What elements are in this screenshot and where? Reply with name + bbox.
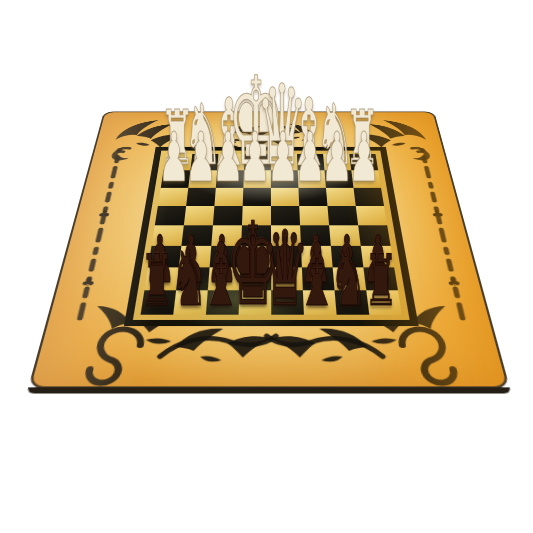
square-g6 <box>179 246 211 268</box>
square-a3 <box>353 188 384 206</box>
square-c8 <box>303 290 337 314</box>
square-d8 <box>271 290 304 314</box>
side-dash-ornament-left <box>71 149 126 325</box>
square-b4 <box>327 206 358 225</box>
square-f4 <box>213 206 243 225</box>
photo-stage: ♣ ♣ <box>0 0 533 533</box>
bottom-flourish-right <box>267 329 384 362</box>
square-h1 <box>164 154 193 171</box>
square-f7 <box>208 267 241 290</box>
bottom-flourish-left <box>159 329 276 362</box>
square-d1 <box>271 154 298 171</box>
square-e3 <box>243 188 271 206</box>
top-edge-ornament-right <box>272 123 313 146</box>
square-d2 <box>271 170 299 187</box>
square-f6 <box>210 246 242 268</box>
square-b7 <box>333 267 367 290</box>
square-a4 <box>356 206 387 225</box>
square-d6 <box>271 246 302 268</box>
square-d3 <box>271 188 299 206</box>
side-dash-ornament-right <box>416 149 472 325</box>
square-c3 <box>298 188 327 206</box>
square-g8 <box>173 290 208 314</box>
square-f1 <box>217 154 244 171</box>
decorative-board: ♣ ♣ <box>28 111 510 388</box>
square-g1 <box>190 154 218 171</box>
square-b1 <box>323 154 351 171</box>
square-f5 <box>211 225 242 245</box>
square-a1 <box>349 154 378 171</box>
square-e5 <box>241 225 271 245</box>
square-f2 <box>216 170 244 187</box>
square-e8 <box>239 290 272 314</box>
square-h3 <box>158 188 188 206</box>
square-h2 <box>161 170 191 187</box>
square-a2 <box>351 170 381 187</box>
square-h7 <box>144 267 178 290</box>
square-e6 <box>240 246 271 268</box>
square-h4 <box>155 206 186 225</box>
square-b3 <box>326 188 356 206</box>
square-c6 <box>301 246 333 268</box>
square-a7 <box>363 267 398 290</box>
square-f3 <box>214 188 243 206</box>
chess-board <box>124 147 419 326</box>
square-b6 <box>331 246 364 268</box>
square-b8 <box>335 290 370 314</box>
square-a6 <box>361 246 394 268</box>
square-c5 <box>300 225 331 245</box>
square-e4 <box>242 206 271 225</box>
square-b2 <box>325 170 354 187</box>
perspective-scene: ♣ ♣ <box>0 0 533 533</box>
square-b5 <box>329 225 361 245</box>
square-d5 <box>271 225 301 245</box>
top-edge-ornament-left <box>228 123 269 146</box>
square-e1 <box>244 154 271 171</box>
square-g3 <box>186 188 216 206</box>
square-e7 <box>239 267 271 290</box>
square-h5 <box>152 225 184 245</box>
square-c4 <box>299 206 329 225</box>
square-g7 <box>176 267 209 290</box>
square-g5 <box>181 225 212 245</box>
square-a8 <box>366 290 402 314</box>
square-f8 <box>206 290 240 314</box>
square-e2 <box>243 170 271 187</box>
square-g2 <box>188 170 217 187</box>
square-c1 <box>297 154 325 171</box>
squares-grid <box>141 154 402 315</box>
square-h6 <box>148 246 181 268</box>
square-d4 <box>271 206 300 225</box>
square-c7 <box>302 267 335 290</box>
square-g4 <box>184 206 215 225</box>
square-a5 <box>358 225 390 245</box>
square-h8 <box>141 290 177 314</box>
square-c2 <box>298 170 326 187</box>
square-d7 <box>271 267 303 290</box>
